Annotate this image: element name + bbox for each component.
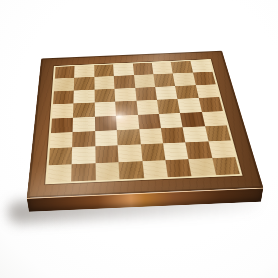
board-grid bbox=[48, 60, 240, 182]
board-square bbox=[95, 146, 119, 163]
board-square bbox=[139, 128, 163, 144]
board-square bbox=[53, 90, 74, 104]
board-square bbox=[73, 116, 95, 132]
board-square bbox=[95, 102, 117, 117]
board-square bbox=[72, 147, 95, 164]
board-square bbox=[201, 111, 226, 126]
board-top-face bbox=[27, 51, 263, 198]
board-square bbox=[50, 132, 73, 148]
board-square bbox=[190, 60, 212, 73]
board-square bbox=[189, 158, 216, 176]
board-square bbox=[49, 148, 73, 165]
board-square bbox=[173, 73, 195, 86]
board-square bbox=[116, 115, 139, 131]
board-square bbox=[212, 157, 240, 175]
board-square bbox=[94, 64, 114, 77]
board-square bbox=[74, 89, 95, 103]
board-square bbox=[157, 99, 180, 114]
board-square bbox=[183, 126, 208, 142]
chess-board bbox=[27, 51, 263, 198]
board-square bbox=[119, 161, 144, 179]
board-square bbox=[163, 143, 189, 160]
board-rotation-wrapper bbox=[0, 0, 278, 278]
board-square bbox=[113, 64, 133, 77]
board-square bbox=[135, 87, 157, 101]
board-square bbox=[94, 76, 114, 89]
board-square bbox=[159, 113, 183, 128]
board-square bbox=[195, 84, 219, 98]
board-square bbox=[155, 86, 178, 100]
board-square bbox=[152, 62, 173, 75]
board-square bbox=[73, 131, 96, 147]
board-square bbox=[95, 115, 117, 131]
board-square bbox=[175, 85, 198, 99]
board-square bbox=[186, 142, 212, 159]
photo-background bbox=[0, 0, 278, 278]
board-square bbox=[132, 63, 153, 76]
perspective-scene bbox=[0, 0, 278, 278]
inlay-border bbox=[45, 59, 242, 184]
board-square bbox=[52, 103, 74, 118]
board-square bbox=[94, 89, 115, 103]
board-square bbox=[140, 144, 165, 161]
board-square bbox=[73, 103, 94, 118]
board-square bbox=[48, 164, 73, 183]
board-square bbox=[180, 112, 205, 127]
board-square bbox=[117, 129, 140, 145]
board-square bbox=[55, 66, 75, 79]
board-square bbox=[51, 117, 73, 133]
board-square bbox=[74, 77, 94, 90]
board-square bbox=[118, 145, 142, 162]
board-square bbox=[153, 74, 175, 87]
board-square bbox=[193, 72, 216, 85]
board-square bbox=[136, 100, 159, 115]
board-square bbox=[171, 61, 193, 74]
board-square bbox=[161, 127, 186, 143]
board-square bbox=[95, 162, 119, 180]
board-square bbox=[72, 163, 96, 182]
board-square bbox=[115, 88, 136, 102]
board-square bbox=[142, 160, 168, 178]
board-square bbox=[165, 159, 191, 177]
board-square bbox=[205, 125, 231, 141]
board-square bbox=[54, 78, 75, 91]
board-square bbox=[208, 141, 235, 158]
board-square bbox=[95, 130, 118, 146]
board-square bbox=[74, 65, 94, 78]
board-square bbox=[115, 101, 137, 116]
board-square bbox=[198, 97, 222, 112]
board-square bbox=[134, 74, 155, 87]
board-square bbox=[114, 75, 135, 88]
board-square bbox=[137, 114, 160, 129]
